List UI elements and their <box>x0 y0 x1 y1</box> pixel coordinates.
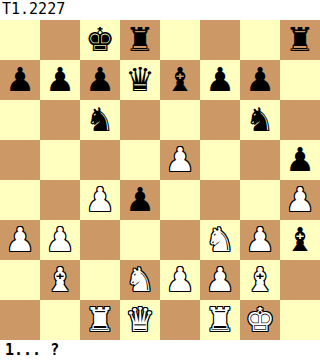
square-d1[interactable]: ♛ <box>120 300 160 340</box>
square-h2[interactable] <box>280 260 320 300</box>
white-pawn[interactable]: ♟ <box>200 260 240 300</box>
black-pawn[interactable]: ♟ <box>0 60 40 100</box>
black-pawn[interactable]: ♟ <box>40 60 80 100</box>
move-prompt-label: 1... ? <box>0 340 320 360</box>
puzzle-id-label: T1.2227 <box>0 0 320 20</box>
square-d4[interactable]: ♟ <box>120 180 160 220</box>
black-pawn[interactable]: ♟ <box>280 140 320 180</box>
white-pawn[interactable]: ♟ <box>240 220 280 260</box>
square-e2[interactable]: ♟ <box>160 260 200 300</box>
square-c4[interactable]: ♟ <box>80 180 120 220</box>
square-a3[interactable]: ♟ <box>0 220 40 260</box>
square-g3[interactable]: ♟ <box>240 220 280 260</box>
white-knight[interactable]: ♞ <box>120 260 160 300</box>
square-f3[interactable]: ♞ <box>200 220 240 260</box>
square-b4[interactable] <box>40 180 80 220</box>
square-b2[interactable]: ♝ <box>40 260 80 300</box>
black-bishop[interactable]: ♝ <box>160 60 200 100</box>
square-e1[interactable] <box>160 300 200 340</box>
square-a7[interactable]: ♟ <box>0 60 40 100</box>
black-pawn[interactable]: ♟ <box>240 60 280 100</box>
white-pawn[interactable]: ♟ <box>0 220 40 260</box>
white-king[interactable]: ♚ <box>240 300 280 340</box>
square-c7[interactable]: ♟ <box>80 60 120 100</box>
square-a2[interactable] <box>0 260 40 300</box>
square-h8[interactable]: ♜ <box>280 20 320 60</box>
black-pawn[interactable]: ♟ <box>80 60 120 100</box>
square-d7[interactable]: ♛ <box>120 60 160 100</box>
black-bishop[interactable]: ♝ <box>280 220 320 260</box>
square-g8[interactable] <box>240 20 280 60</box>
square-b5[interactable] <box>40 140 80 180</box>
square-a5[interactable] <box>0 140 40 180</box>
square-e7[interactable]: ♝ <box>160 60 200 100</box>
square-g4[interactable] <box>240 180 280 220</box>
chess-board: ♚♜♜♟♟♟♛♝♟♟♞♞♟♟♟♟♟♟♟♞♟♝♝♞♟♟♝♜♛♜♚ <box>0 20 320 340</box>
black-pawn[interactable]: ♟ <box>200 60 240 100</box>
black-knight[interactable]: ♞ <box>240 100 280 140</box>
square-h1[interactable] <box>280 300 320 340</box>
white-bishop[interactable]: ♝ <box>240 260 280 300</box>
square-e5[interactable]: ♟ <box>160 140 200 180</box>
white-pawn[interactable]: ♟ <box>280 180 320 220</box>
square-h3[interactable]: ♝ <box>280 220 320 260</box>
square-f6[interactable] <box>200 100 240 140</box>
square-c3[interactable] <box>80 220 120 260</box>
square-d3[interactable] <box>120 220 160 260</box>
square-f4[interactable] <box>200 180 240 220</box>
white-pawn[interactable]: ♟ <box>160 140 200 180</box>
square-a1[interactable] <box>0 300 40 340</box>
square-a6[interactable] <box>0 100 40 140</box>
black-rook[interactable]: ♜ <box>280 20 320 60</box>
square-d6[interactable] <box>120 100 160 140</box>
square-h6[interactable] <box>280 100 320 140</box>
square-c5[interactable] <box>80 140 120 180</box>
square-d5[interactable] <box>120 140 160 180</box>
square-b3[interactable]: ♟ <box>40 220 80 260</box>
square-b7[interactable]: ♟ <box>40 60 80 100</box>
square-e3[interactable] <box>160 220 200 260</box>
white-bishop[interactable]: ♝ <box>40 260 80 300</box>
square-a4[interactable] <box>0 180 40 220</box>
black-rook[interactable]: ♜ <box>120 20 160 60</box>
square-c2[interactable] <box>80 260 120 300</box>
square-f2[interactable]: ♟ <box>200 260 240 300</box>
square-b1[interactable] <box>40 300 80 340</box>
square-g1[interactable]: ♚ <box>240 300 280 340</box>
square-f5[interactable] <box>200 140 240 180</box>
square-b8[interactable] <box>40 20 80 60</box>
square-f8[interactable] <box>200 20 240 60</box>
square-g6[interactable]: ♞ <box>240 100 280 140</box>
square-f7[interactable]: ♟ <box>200 60 240 100</box>
square-g5[interactable] <box>240 140 280 180</box>
square-c8[interactable]: ♚ <box>80 20 120 60</box>
square-h7[interactable] <box>280 60 320 100</box>
white-pawn[interactable]: ♟ <box>80 180 120 220</box>
square-g2[interactable]: ♝ <box>240 260 280 300</box>
white-queen[interactable]: ♛ <box>120 300 160 340</box>
white-pawn[interactable]: ♟ <box>40 220 80 260</box>
square-e6[interactable] <box>160 100 200 140</box>
square-c6[interactable]: ♞ <box>80 100 120 140</box>
black-queen[interactable]: ♛ <box>120 60 160 100</box>
black-pawn[interactable]: ♟ <box>120 180 160 220</box>
black-king[interactable]: ♚ <box>80 20 120 60</box>
square-e4[interactable] <box>160 180 200 220</box>
square-c1[interactable]: ♜ <box>80 300 120 340</box>
square-b6[interactable] <box>40 100 80 140</box>
white-pawn[interactable]: ♟ <box>160 260 200 300</box>
white-rook[interactable]: ♜ <box>80 300 120 340</box>
square-f1[interactable]: ♜ <box>200 300 240 340</box>
square-d2[interactable]: ♞ <box>120 260 160 300</box>
square-d8[interactable]: ♜ <box>120 20 160 60</box>
square-h5[interactable]: ♟ <box>280 140 320 180</box>
square-h4[interactable]: ♟ <box>280 180 320 220</box>
white-rook[interactable]: ♜ <box>200 300 240 340</box>
square-e8[interactable] <box>160 20 200 60</box>
black-knight[interactable]: ♞ <box>80 100 120 140</box>
white-knight[interactable]: ♞ <box>200 220 240 260</box>
square-g7[interactable]: ♟ <box>240 60 280 100</box>
square-a8[interactable] <box>0 20 40 60</box>
chess-trainer-window: T1.2227 ♚♜♜♟♟♟♛♝♟♟♞♞♟♟♟♟♟♟♟♞♟♝♝♞♟♟♝♜♛♜♚ … <box>0 0 320 360</box>
